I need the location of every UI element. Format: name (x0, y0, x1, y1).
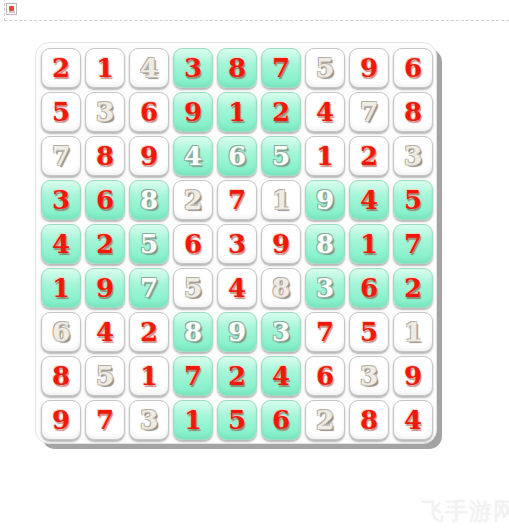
cell-r6c7[interactable]: 3 (305, 268, 345, 308)
cell-r1c4[interactable]: 3 (173, 48, 213, 88)
cell-r2c4[interactable]: 9 (173, 92, 213, 132)
cell-r2c3[interactable]: 6 (129, 92, 169, 132)
cell-r4c7[interactable]: 9 (305, 180, 345, 220)
cell-r3c8[interactable]: 2 (349, 136, 389, 176)
cell-r6c9[interactable]: 2 (393, 268, 433, 308)
cell-r4c2[interactable]: 6 (85, 180, 125, 220)
cell-r2c1[interactable]: 5 (41, 92, 81, 132)
cell-r7c2[interactable]: 4 (85, 312, 125, 352)
cell-r6c2[interactable]: 9 (85, 268, 125, 308)
cell-r5c3[interactable]: 5 (129, 224, 169, 264)
cell-r9c2[interactable]: 7 (85, 400, 125, 440)
cell-r9c1[interactable]: 9 (41, 400, 81, 440)
placeholder-dashed-border (4, 0, 509, 21)
cell-r7c8[interactable]: 5 (349, 312, 389, 352)
cell-r9c6[interactable]: 6 (261, 400, 301, 440)
cell-r7c6[interactable]: 3 (261, 312, 301, 352)
cell-r4c4[interactable]: 2 (173, 180, 213, 220)
cell-r3c4[interactable]: 4 (173, 136, 213, 176)
cell-r4c5[interactable]: 7 (217, 180, 257, 220)
cell-r2c9[interactable]: 8 (393, 92, 433, 132)
cell-r1c1[interactable]: 2 (41, 48, 81, 88)
cell-r8c6[interactable]: 4 (261, 356, 301, 396)
cell-r9c8[interactable]: 8 (349, 400, 389, 440)
cell-r9c4[interactable]: 1 (173, 400, 213, 440)
cell-r7c1[interactable]: 6 (41, 312, 81, 352)
cell-r2c2[interactable]: 3 (85, 92, 125, 132)
cell-r1c2[interactable]: 1 (85, 48, 125, 88)
cell-r8c7[interactable]: 6 (305, 356, 345, 396)
cell-r1c6[interactable]: 7 (261, 48, 301, 88)
cell-r6c8[interactable]: 6 (349, 268, 389, 308)
sudoku-grid: 2143875965369124787894651233682719454256… (41, 48, 433, 440)
cell-r6c3[interactable]: 7 (129, 268, 169, 308)
cell-r2c6[interactable]: 2 (261, 92, 301, 132)
cell-r5c1[interactable]: 4 (41, 224, 81, 264)
cell-r1c3[interactable]: 4 (129, 48, 169, 88)
cell-r3c9[interactable]: 3 (393, 136, 433, 176)
cell-r3c3[interactable]: 9 (129, 136, 169, 176)
cell-r4c6[interactable]: 1 (261, 180, 301, 220)
cell-r7c3[interactable]: 2 (129, 312, 169, 352)
cell-r3c2[interactable]: 8 (85, 136, 125, 176)
cell-r6c4[interactable]: 5 (173, 268, 213, 308)
cell-r6c6[interactable]: 8 (261, 268, 301, 308)
cell-r7c7[interactable]: 7 (305, 312, 345, 352)
watermark-text: 飞手游网 (421, 496, 509, 527)
cell-r8c9[interactable]: 9 (393, 356, 433, 396)
broken-image-icon (6, 3, 17, 15)
cell-r4c1[interactable]: 3 (41, 180, 81, 220)
cell-r6c5[interactable]: 4 (217, 268, 257, 308)
sudoku-board: 2143875965369124787894651233682719454256… (35, 42, 437, 444)
cell-r8c2[interactable]: 5 (85, 356, 125, 396)
cell-r5c6[interactable]: 9 (261, 224, 301, 264)
cell-r3c6[interactable]: 5 (261, 136, 301, 176)
cell-r9c3[interactable]: 3 (129, 400, 169, 440)
cell-r8c5[interactable]: 2 (217, 356, 257, 396)
cell-r4c9[interactable]: 5 (393, 180, 433, 220)
cell-r1c9[interactable]: 6 (393, 48, 433, 88)
cell-r9c9[interactable]: 4 (393, 400, 433, 440)
cell-r7c9[interactable]: 1 (393, 312, 433, 352)
cell-r9c5[interactable]: 5 (217, 400, 257, 440)
cell-r4c8[interactable]: 4 (349, 180, 389, 220)
broken-image-gray-mark (9, 11, 15, 13)
cell-r5c7[interactable]: 8 (305, 224, 345, 264)
cell-r5c5[interactable]: 3 (217, 224, 257, 264)
cell-r1c7[interactable]: 5 (305, 48, 345, 88)
cell-r8c4[interactable]: 7 (173, 356, 213, 396)
cell-r5c2[interactable]: 2 (85, 224, 125, 264)
cell-r8c8[interactable]: 3 (349, 356, 389, 396)
cell-r6c1[interactable]: 1 (41, 268, 81, 308)
cell-r3c7[interactable]: 1 (305, 136, 345, 176)
cell-r1c5[interactable]: 8 (217, 48, 257, 88)
cell-r9c7[interactable]: 2 (305, 400, 345, 440)
cell-r7c5[interactable]: 9 (217, 312, 257, 352)
cell-r7c4[interactable]: 8 (173, 312, 213, 352)
cell-r3c1[interactable]: 7 (41, 136, 81, 176)
cell-r5c8[interactable]: 1 (349, 224, 389, 264)
cell-r8c3[interactable]: 1 (129, 356, 169, 396)
cell-r8c1[interactable]: 8 (41, 356, 81, 396)
cell-r2c7[interactable]: 4 (305, 92, 345, 132)
cell-r1c8[interactable]: 9 (349, 48, 389, 88)
cell-r5c4[interactable]: 6 (173, 224, 213, 264)
cell-r2c5[interactable]: 1 (217, 92, 257, 132)
cell-r5c9[interactable]: 7 (393, 224, 433, 264)
cell-r2c8[interactable]: 7 (349, 92, 389, 132)
cell-r4c3[interactable]: 8 (129, 180, 169, 220)
cell-r3c5[interactable]: 6 (217, 136, 257, 176)
